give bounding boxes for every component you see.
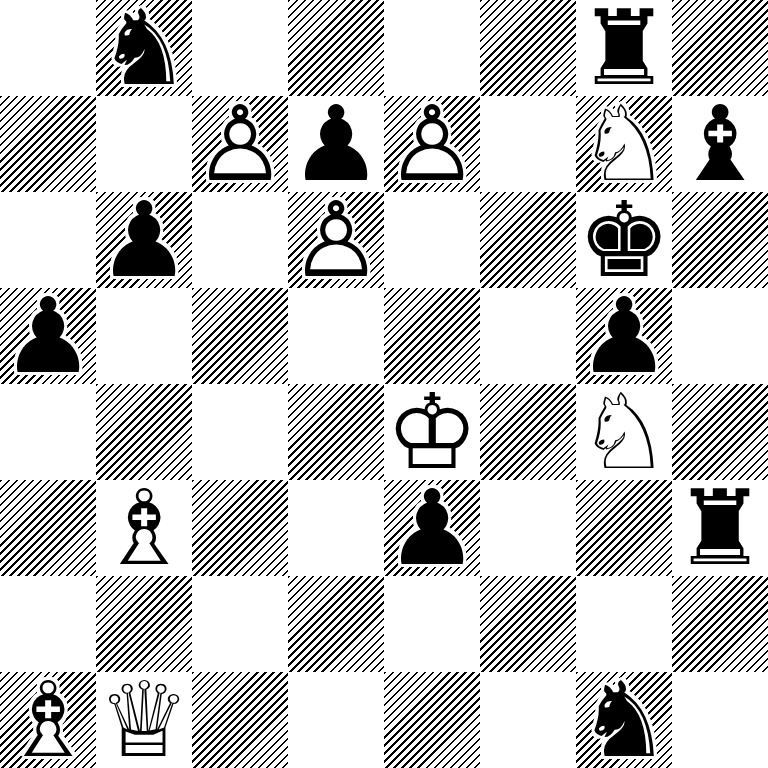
square-g5[interactable]: ♟♟ (576, 288, 672, 384)
square-f3[interactable] (480, 480, 576, 576)
square-a1[interactable]: ♝♗ (0, 672, 96, 768)
black-knight-glyph: ♞ (576, 672, 672, 768)
white-bishop[interactable]: ♝♗ (96, 480, 192, 576)
square-e3[interactable]: ♟♟ (384, 480, 480, 576)
square-h2[interactable] (672, 576, 768, 672)
square-d1[interactable] (288, 672, 384, 768)
square-d8[interactable] (288, 0, 384, 96)
square-b1[interactable]: ♛♕ (96, 672, 192, 768)
square-h8[interactable] (672, 0, 768, 96)
square-g8[interactable]: ♜♜ (576, 0, 672, 96)
white-pawn[interactable]: ♟♙ (288, 192, 384, 288)
black-pawn[interactable]: ♟♟ (96, 192, 192, 288)
black-rook-glyph: ♜ (672, 480, 768, 576)
square-e5[interactable] (384, 288, 480, 384)
square-h3[interactable]: ♜♜ (672, 480, 768, 576)
square-c1[interactable] (192, 672, 288, 768)
square-c4[interactable] (192, 384, 288, 480)
black-pawn-glyph: ♟ (384, 480, 480, 576)
square-e6[interactable] (384, 192, 480, 288)
black-rook-glyph: ♜ (576, 0, 672, 96)
square-d5[interactable] (288, 288, 384, 384)
black-knight[interactable]: ♞♞ (96, 0, 192, 96)
square-e1[interactable] (384, 672, 480, 768)
square-a2[interactable] (0, 576, 96, 672)
square-e2[interactable] (384, 576, 480, 672)
square-d7[interactable]: ♟♟ (288, 96, 384, 192)
square-g1[interactable]: ♞♞ (576, 672, 672, 768)
square-d6[interactable]: ♟♙ (288, 192, 384, 288)
black-bishop-glyph: ♝ (672, 96, 768, 192)
square-e4[interactable]: ♚♔ (384, 384, 480, 480)
white-bishop[interactable]: ♝♗ (0, 672, 96, 768)
square-f8[interactable] (480, 0, 576, 96)
square-d3[interactable] (288, 480, 384, 576)
black-pawn[interactable]: ♟♟ (0, 288, 96, 384)
square-h1[interactable] (672, 672, 768, 768)
square-g6[interactable]: ♚♚ (576, 192, 672, 288)
square-b6[interactable]: ♟♟ (96, 192, 192, 288)
black-pawn-glyph: ♟ (576, 288, 672, 384)
square-b8[interactable]: ♞♞ (96, 0, 192, 96)
square-e8[interactable] (384, 0, 480, 96)
white-bishop-glyph: ♗ (0, 672, 96, 768)
white-queen[interactable]: ♛♕ (96, 672, 192, 768)
square-f5[interactable] (480, 288, 576, 384)
square-f1[interactable] (480, 672, 576, 768)
square-c3[interactable] (192, 480, 288, 576)
square-c8[interactable] (192, 0, 288, 96)
square-c2[interactable] (192, 576, 288, 672)
black-pawn-glyph: ♟ (0, 288, 96, 384)
black-rook[interactable]: ♜♜ (576, 0, 672, 96)
square-a8[interactable] (0, 0, 96, 96)
square-b7[interactable] (96, 96, 192, 192)
black-knight-glyph: ♞ (96, 0, 192, 96)
white-knight[interactable]: ♞♘ (576, 96, 672, 192)
black-pawn-glyph: ♟ (96, 192, 192, 288)
square-h7[interactable]: ♝♝ (672, 96, 768, 192)
square-e7[interactable]: ♟♙ (384, 96, 480, 192)
black-knight[interactable]: ♞♞ (576, 672, 672, 768)
white-pawn-glyph: ♙ (288, 192, 384, 288)
chess-board: ♞♞♜♜♟♙♟♟♟♙♞♘♝♝♟♟♟♙♚♚♟♟♟♟♚♔♞♘♝♗♟♟♜♜♝♗♛♕♞♞ (0, 0, 768, 768)
black-pawn-glyph: ♟ (288, 96, 384, 192)
square-c6[interactable] (192, 192, 288, 288)
square-h4[interactable] (672, 384, 768, 480)
square-c5[interactable] (192, 288, 288, 384)
white-pawn[interactable]: ♟♙ (192, 96, 288, 192)
black-rook[interactable]: ♜♜ (672, 480, 768, 576)
white-bishop-glyph: ♗ (96, 480, 192, 576)
square-a6[interactable] (0, 192, 96, 288)
square-f2[interactable] (480, 576, 576, 672)
black-bishop[interactable]: ♝♝ (672, 96, 768, 192)
square-c7[interactable]: ♟♙ (192, 96, 288, 192)
square-b2[interactable] (96, 576, 192, 672)
square-d4[interactable] (288, 384, 384, 480)
square-g4[interactable]: ♞♘ (576, 384, 672, 480)
square-a5[interactable]: ♟♟ (0, 288, 96, 384)
square-g3[interactable] (576, 480, 672, 576)
square-h6[interactable] (672, 192, 768, 288)
square-b3[interactable]: ♝♗ (96, 480, 192, 576)
square-a7[interactable] (0, 96, 96, 192)
black-king-glyph: ♚ (576, 192, 672, 288)
square-a3[interactable] (0, 480, 96, 576)
white-pawn[interactable]: ♟♙ (384, 96, 480, 192)
square-f6[interactable] (480, 192, 576, 288)
square-f7[interactable] (480, 96, 576, 192)
black-pawn[interactable]: ♟♟ (384, 480, 480, 576)
square-g7[interactable]: ♞♘ (576, 96, 672, 192)
square-b4[interactable] (96, 384, 192, 480)
white-queen-glyph: ♕ (96, 672, 192, 768)
white-pawn-glyph: ♙ (192, 96, 288, 192)
white-knight-glyph: ♘ (576, 384, 672, 480)
square-d2[interactable] (288, 576, 384, 672)
black-king[interactable]: ♚♚ (576, 192, 672, 288)
square-h5[interactable] (672, 288, 768, 384)
white-knight[interactable]: ♞♘ (576, 384, 672, 480)
black-pawn[interactable]: ♟♟ (288, 96, 384, 192)
white-king-glyph: ♔ (384, 384, 480, 480)
square-g2[interactable] (576, 576, 672, 672)
black-pawn[interactable]: ♟♟ (576, 288, 672, 384)
square-f4[interactable] (480, 384, 576, 480)
white-knight-glyph: ♘ (576, 96, 672, 192)
square-b5[interactable] (96, 288, 192, 384)
white-pawn-glyph: ♙ (384, 96, 480, 192)
white-king[interactable]: ♚♔ (384, 384, 480, 480)
square-a4[interactable] (0, 384, 96, 480)
